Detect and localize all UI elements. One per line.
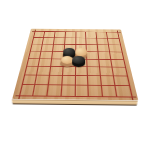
disc-black-e4[interactable] — [72, 56, 84, 67]
discs-layer — [0, 0, 150, 150]
board-wrap — [0, 0, 150, 150]
board-photo — [0, 0, 150, 150]
